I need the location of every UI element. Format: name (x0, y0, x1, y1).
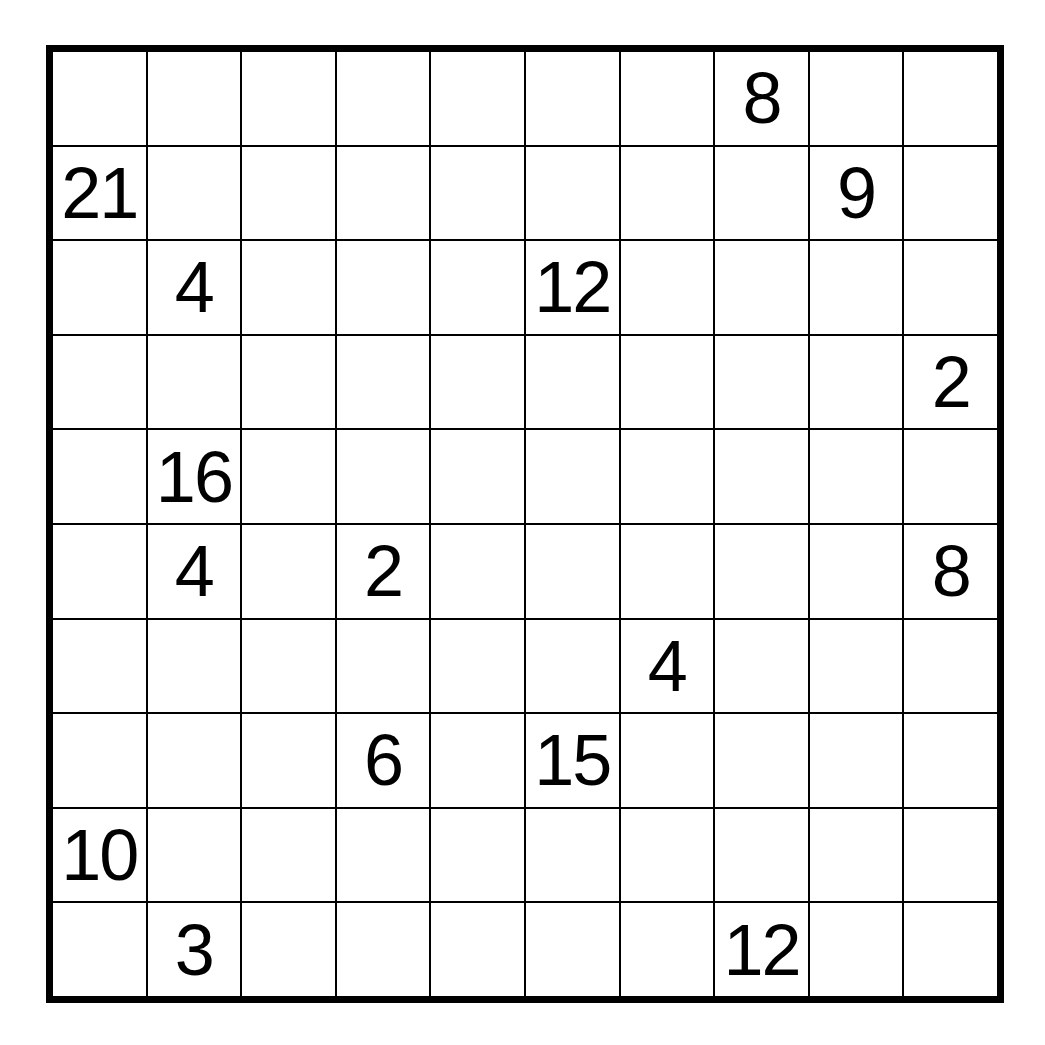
puzzle-board: 8219412216428461510312 (46, 45, 1004, 1003)
clue-number: 12 (723, 914, 799, 986)
cell-r1c6[interactable] (526, 52, 619, 145)
cell-r9c1[interactable]: 10 (53, 809, 146, 902)
cell-r8c6[interactable]: 15 (526, 714, 619, 807)
cell-r2c3[interactable] (242, 147, 335, 240)
cell-r5c9[interactable] (810, 430, 903, 523)
cell-r6c3[interactable] (242, 525, 335, 618)
cell-r3c6[interactable]: 12 (526, 241, 619, 334)
clue-number: 4 (175, 251, 213, 323)
cell-r3c10[interactable] (904, 241, 997, 334)
cell-r1c8[interactable]: 8 (715, 52, 808, 145)
cell-r5c1[interactable] (53, 430, 146, 523)
cell-r2c2[interactable] (148, 147, 241, 240)
cell-r1c7[interactable] (621, 52, 714, 145)
cell-r10c3[interactable] (242, 903, 335, 996)
cell-r10c5[interactable] (431, 903, 524, 996)
cell-r2c9[interactable]: 9 (810, 147, 903, 240)
cell-r7c2[interactable] (148, 620, 241, 713)
clue-number: 4 (175, 535, 213, 607)
clue-number: 3 (175, 914, 213, 986)
cell-r10c4[interactable] (337, 903, 430, 996)
cell-r7c7[interactable]: 4 (621, 620, 714, 713)
cell-r4c8[interactable] (715, 336, 808, 429)
cell-r2c4[interactable] (337, 147, 430, 240)
cell-r6c9[interactable] (810, 525, 903, 618)
cell-r9c10[interactable] (904, 809, 997, 902)
cell-r1c3[interactable] (242, 52, 335, 145)
cell-r10c1[interactable] (53, 903, 146, 996)
cell-r4c9[interactable] (810, 336, 903, 429)
cell-r7c3[interactable] (242, 620, 335, 713)
clue-number: 15 (534, 724, 610, 796)
cell-r3c1[interactable] (53, 241, 146, 334)
cell-r9c8[interactable] (715, 809, 808, 902)
cell-r9c9[interactable] (810, 809, 903, 902)
cell-r5c3[interactable] (242, 430, 335, 523)
cell-r7c10[interactable] (904, 620, 997, 713)
cell-r10c10[interactable] (904, 903, 997, 996)
cell-r5c6[interactable] (526, 430, 619, 523)
cell-r5c8[interactable] (715, 430, 808, 523)
clue-number: 8 (932, 535, 970, 607)
cell-r10c6[interactable] (526, 903, 619, 996)
cell-r8c9[interactable] (810, 714, 903, 807)
cell-r9c4[interactable] (337, 809, 430, 902)
cell-r4c2[interactable] (148, 336, 241, 429)
cell-r9c6[interactable] (526, 809, 619, 902)
cell-r3c3[interactable] (242, 241, 335, 334)
cell-r6c5[interactable] (431, 525, 524, 618)
cell-r5c2[interactable]: 16 (148, 430, 241, 523)
clue-number: 2 (364, 535, 402, 607)
cell-r7c6[interactable] (526, 620, 619, 713)
cell-r2c7[interactable] (621, 147, 714, 240)
cell-r9c3[interactable] (242, 809, 335, 902)
cell-r4c6[interactable] (526, 336, 619, 429)
cell-r7c4[interactable] (337, 620, 430, 713)
cell-r8c4[interactable]: 6 (337, 714, 430, 807)
cell-r10c2[interactable]: 3 (148, 903, 241, 996)
clue-number: 16 (156, 441, 232, 513)
cell-r9c7[interactable] (621, 809, 714, 902)
cell-r7c9[interactable] (810, 620, 903, 713)
cell-r4c5[interactable] (431, 336, 524, 429)
cell-r10c9[interactable] (810, 903, 903, 996)
cell-r1c1[interactable] (53, 52, 146, 145)
cell-r5c4[interactable] (337, 430, 430, 523)
clue-number: 21 (61, 157, 137, 229)
cell-r4c4[interactable] (337, 336, 430, 429)
cell-r3c8[interactable] (715, 241, 808, 334)
cell-r3c9[interactable] (810, 241, 903, 334)
cell-r7c5[interactable] (431, 620, 524, 713)
cell-r6c4[interactable]: 2 (337, 525, 430, 618)
cell-r1c5[interactable] (431, 52, 524, 145)
cell-r4c1[interactable] (53, 336, 146, 429)
cell-r6c2[interactable]: 4 (148, 525, 241, 618)
cell-r2c5[interactable] (431, 147, 524, 240)
cell-r10c7[interactable] (621, 903, 714, 996)
cell-r6c6[interactable] (526, 525, 619, 618)
cell-r4c3[interactable] (242, 336, 335, 429)
cell-r6c7[interactable] (621, 525, 714, 618)
clue-number: 8 (742, 62, 780, 134)
cell-r9c2[interactable] (148, 809, 241, 902)
cell-r8c7[interactable] (621, 714, 714, 807)
clue-number: 10 (61, 819, 137, 891)
cell-r6c10[interactable]: 8 (904, 525, 997, 618)
cell-r8c5[interactable] (431, 714, 524, 807)
cell-r3c2[interactable]: 4 (148, 241, 241, 334)
cell-r1c4[interactable] (337, 52, 430, 145)
cell-r1c2[interactable] (148, 52, 241, 145)
cell-r5c5[interactable] (431, 430, 524, 523)
cell-r8c3[interactable] (242, 714, 335, 807)
cell-r3c7[interactable] (621, 241, 714, 334)
clue-number: 4 (648, 630, 686, 702)
cell-r6c8[interactable] (715, 525, 808, 618)
cell-r5c7[interactable] (621, 430, 714, 523)
cell-r6c1[interactable] (53, 525, 146, 618)
cell-r4c10[interactable]: 2 (904, 336, 997, 429)
cell-r7c8[interactable] (715, 620, 808, 713)
cell-r1c9[interactable] (810, 52, 903, 145)
cell-r10c8[interactable]: 12 (715, 903, 808, 996)
cell-r5c10[interactable] (904, 430, 997, 523)
cell-r3c4[interactable] (337, 241, 430, 334)
cell-r8c8[interactable] (715, 714, 808, 807)
cell-r8c1[interactable] (53, 714, 146, 807)
cell-r2c10[interactable] (904, 147, 997, 240)
cell-r2c6[interactable] (526, 147, 619, 240)
cell-r2c1[interactable]: 21 (53, 147, 146, 240)
cell-r1c10[interactable] (904, 52, 997, 145)
cell-r4c7[interactable] (621, 336, 714, 429)
clue-number: 12 (534, 251, 610, 323)
cell-r8c10[interactable] (904, 714, 997, 807)
cell-r7c1[interactable] (53, 620, 146, 713)
cell-r9c5[interactable] (431, 809, 524, 902)
cell-r8c2[interactable] (148, 714, 241, 807)
clue-number: 6 (364, 724, 402, 796)
cell-r2c8[interactable] (715, 147, 808, 240)
cell-r3c5[interactable] (431, 241, 524, 334)
clue-number: 9 (837, 157, 875, 229)
clue-number: 2 (932, 346, 970, 418)
